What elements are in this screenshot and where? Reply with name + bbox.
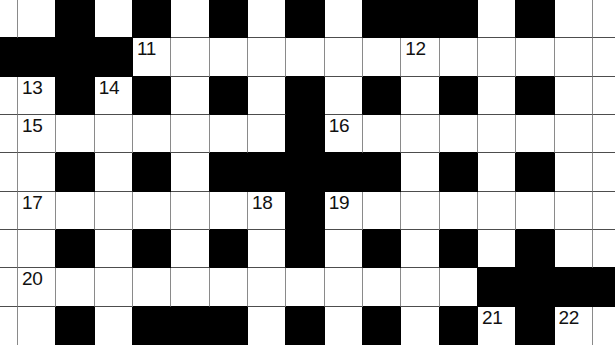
block-cell	[516, 230, 554, 268]
clue-number: 13	[22, 77, 43, 98]
block-cell	[56, 77, 94, 115]
clue-number: 14	[99, 77, 120, 98]
letter-cell[interactable]	[401, 115, 439, 153]
letter-cell[interactable]	[171, 192, 209, 230]
letter-cell[interactable]	[248, 0, 286, 38]
letter-cell[interactable]	[593, 307, 615, 345]
block-cell	[516, 268, 554, 306]
block-cell	[56, 153, 94, 191]
letter-cell[interactable]	[95, 268, 133, 306]
letter-cell[interactable]	[325, 268, 363, 306]
clue-number: 21	[482, 307, 503, 328]
block-cell	[56, 307, 94, 345]
letter-cell[interactable]	[401, 153, 439, 191]
block-cell	[133, 0, 171, 38]
letter-cell[interactable]	[401, 307, 439, 345]
letter-cell[interactable]	[440, 192, 478, 230]
crossword-grid: 111213141516171819202122	[0, 0, 615, 345]
letter-cell[interactable]	[593, 153, 615, 191]
clue-number: 17	[22, 192, 43, 213]
letter-cell[interactable]	[516, 192, 554, 230]
letter-cell[interactable]	[0, 307, 18, 345]
block-cell	[363, 153, 401, 191]
block-cell	[210, 0, 248, 38]
letter-cell[interactable]	[210, 115, 248, 153]
letter-cell[interactable]: 22	[555, 307, 593, 345]
letter-cell[interactable]	[0, 192, 18, 230]
letter-cell[interactable]	[95, 115, 133, 153]
block-cell	[440, 77, 478, 115]
letter-cell[interactable]	[248, 77, 286, 115]
letter-cell[interactable]	[56, 115, 94, 153]
block-cell	[516, 0, 554, 38]
letter-cell[interactable]	[171, 115, 209, 153]
block-cell	[133, 307, 171, 345]
block-cell	[516, 77, 554, 115]
block-cell	[478, 268, 516, 306]
letter-cell[interactable]	[248, 307, 286, 345]
block-cell	[286, 192, 324, 230]
block-cell	[210, 77, 248, 115]
letter-cell[interactable]	[401, 192, 439, 230]
letter-cell[interactable]	[133, 115, 171, 153]
letter-cell[interactable]	[325, 38, 363, 76]
block-cell	[555, 268, 593, 306]
block-cell	[286, 77, 324, 115]
letter-cell[interactable]: 19	[325, 192, 363, 230]
letter-cell[interactable]	[363, 38, 401, 76]
letter-cell[interactable]	[248, 38, 286, 76]
letter-cell[interactable]	[325, 230, 363, 268]
letter-cell[interactable]	[478, 153, 516, 191]
clue-number: 19	[329, 192, 350, 213]
block-cell	[56, 230, 94, 268]
block-cell	[56, 0, 94, 38]
clue-number: 18	[252, 192, 273, 213]
letter-cell[interactable]	[516, 115, 554, 153]
block-cell	[325, 153, 363, 191]
letter-cell[interactable]	[440, 268, 478, 306]
letter-cell[interactable]	[593, 77, 615, 115]
letter-cell[interactable]: 14	[95, 77, 133, 115]
block-cell	[440, 0, 478, 38]
clue-number: 20	[22, 268, 43, 289]
letter-cell[interactable]	[56, 268, 94, 306]
letter-cell[interactable]	[555, 192, 593, 230]
letter-cell[interactable]	[401, 77, 439, 115]
letter-cell[interactable]	[95, 153, 133, 191]
letter-cell[interactable]	[325, 77, 363, 115]
block-cell	[363, 77, 401, 115]
letter-cell[interactable]	[171, 153, 209, 191]
block-cell	[593, 268, 615, 306]
letter-cell[interactable]	[478, 0, 516, 38]
letter-cell[interactable]	[286, 38, 324, 76]
block-cell	[363, 307, 401, 345]
letter-cell[interactable]	[478, 77, 516, 115]
letter-cell[interactable]	[440, 115, 478, 153]
letter-cell[interactable]	[210, 38, 248, 76]
letter-cell[interactable]	[0, 0, 18, 38]
letter-cell[interactable]: 21	[478, 307, 516, 345]
letter-cell[interactable]: 15	[18, 115, 56, 153]
block-cell	[286, 0, 324, 38]
letter-cell[interactable]: 20	[18, 268, 56, 306]
letter-cell[interactable]	[95, 0, 133, 38]
block-cell	[286, 115, 324, 153]
letter-cell[interactable]	[0, 153, 18, 191]
block-cell	[95, 38, 133, 76]
letter-cell[interactable]	[171, 230, 209, 268]
block-cell	[516, 153, 554, 191]
block-cell	[363, 0, 401, 38]
block-cell	[516, 307, 554, 345]
letter-cell[interactable]	[0, 268, 18, 306]
letter-cell[interactable]	[325, 307, 363, 345]
letter-cell[interactable]: 16	[325, 115, 363, 153]
letter-cell[interactable]	[18, 230, 56, 268]
letter-cell[interactable]	[248, 230, 286, 268]
block-cell	[210, 230, 248, 268]
clue-number: 12	[405, 38, 426, 59]
letter-cell[interactable]	[171, 268, 209, 306]
letter-cell[interactable]	[171, 0, 209, 38]
letter-cell[interactable]	[363, 115, 401, 153]
letter-cell[interactable]	[363, 268, 401, 306]
letter-cell[interactable]: 12	[401, 38, 439, 76]
clue-number: 15	[22, 115, 43, 136]
letter-cell[interactable]	[593, 38, 615, 76]
clue-number: 22	[559, 307, 580, 328]
letter-cell[interactable]	[18, 153, 56, 191]
block-cell	[401, 0, 439, 38]
block-cell	[440, 230, 478, 268]
letter-cell[interactable]	[248, 268, 286, 306]
letter-cell[interactable]: 11	[133, 38, 171, 76]
block-cell	[210, 307, 248, 345]
letter-cell[interactable]	[478, 115, 516, 153]
letter-cell[interactable]	[248, 115, 286, 153]
block-cell	[133, 153, 171, 191]
letter-cell[interactable]	[478, 38, 516, 76]
letter-cell[interactable]	[363, 192, 401, 230]
letter-cell[interactable]	[210, 268, 248, 306]
letter-cell[interactable]	[593, 230, 615, 268]
block-cell	[56, 38, 94, 76]
letter-cell[interactable]	[555, 230, 593, 268]
letter-cell[interactable]: 18	[248, 192, 286, 230]
letter-cell[interactable]	[555, 77, 593, 115]
letter-cell[interactable]	[516, 38, 554, 76]
letter-cell[interactable]	[555, 0, 593, 38]
letter-cell[interactable]	[95, 192, 133, 230]
letter-cell[interactable]	[325, 0, 363, 38]
letter-cell[interactable]	[133, 192, 171, 230]
block-cell	[0, 38, 18, 76]
block-cell	[248, 153, 286, 191]
letter-cell[interactable]	[210, 192, 248, 230]
letter-cell[interactable]: 13	[18, 77, 56, 115]
letter-cell[interactable]	[593, 0, 615, 38]
letter-cell[interactable]	[0, 115, 18, 153]
block-cell	[210, 153, 248, 191]
block-cell	[133, 230, 171, 268]
letter-cell[interactable]	[18, 307, 56, 345]
block-cell	[440, 307, 478, 345]
letter-cell[interactable]	[555, 115, 593, 153]
letter-cell[interactable]	[0, 230, 18, 268]
letter-cell[interactable]	[133, 268, 171, 306]
clue-number: 11	[137, 38, 156, 59]
letter-cell[interactable]	[440, 38, 478, 76]
letter-cell[interactable]	[95, 230, 133, 268]
block-cell	[171, 307, 209, 345]
letter-cell[interactable]	[401, 268, 439, 306]
clue-number: 16	[329, 115, 350, 136]
block-cell	[133, 77, 171, 115]
block-cell	[286, 153, 324, 191]
letter-cell[interactable]	[171, 77, 209, 115]
block-cell	[440, 153, 478, 191]
letter-cell[interactable]	[593, 192, 615, 230]
letter-cell[interactable]	[478, 192, 516, 230]
letter-cell[interactable]	[56, 192, 94, 230]
block-cell	[363, 230, 401, 268]
letter-cell[interactable]	[555, 38, 593, 76]
block-cell	[286, 230, 324, 268]
letter-cell[interactable]	[593, 115, 615, 153]
letter-cell[interactable]	[171, 38, 209, 76]
letter-cell[interactable]	[401, 230, 439, 268]
letter-cell[interactable]	[95, 307, 133, 345]
letter-cell[interactable]	[555, 153, 593, 191]
letter-cell[interactable]	[478, 230, 516, 268]
letter-cell[interactable]: 17	[18, 192, 56, 230]
letter-cell[interactable]	[0, 77, 18, 115]
block-cell	[18, 38, 56, 76]
block-cell	[286, 307, 324, 345]
letter-cell[interactable]	[286, 268, 324, 306]
letter-cell[interactable]	[18, 0, 56, 38]
